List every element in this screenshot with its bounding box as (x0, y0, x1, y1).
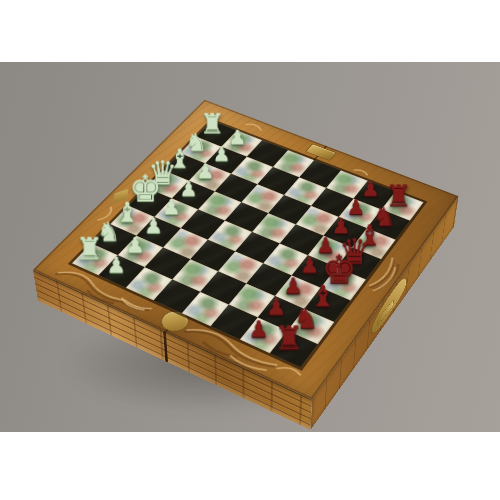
photograph-backdrop: ♜♟♟♜♞♟♟♞♝♟♟♝♛♟♟♛♚♟♟♚♝♟♟♝♞♟♟♞♜♟♟♜ (0, 62, 500, 432)
fold-seam-front (163, 330, 168, 362)
piece-red-rook-h8[interactable]: ♜ (260, 322, 317, 355)
square-h2[interactable]: ♟ (99, 255, 145, 287)
square-h8[interactable]: ♜ (270, 331, 318, 367)
piece-green-pawn-h2[interactable]: ♟ (89, 255, 143, 277)
